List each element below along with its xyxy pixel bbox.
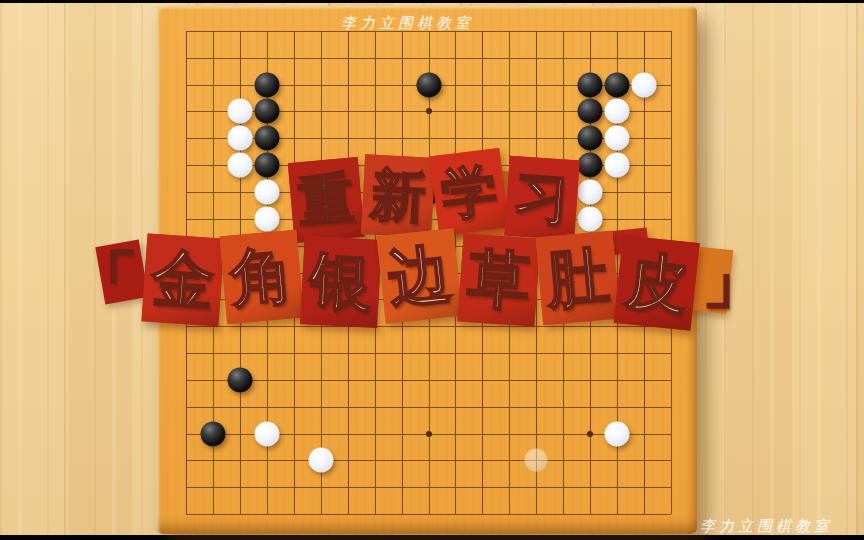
banner-close-bracket: 」 [697,249,771,311]
star-point [426,108,432,114]
banner-open-bracket: 「 [70,249,144,311]
grid-line [186,514,671,515]
black-stone [416,72,441,97]
black-stone [254,126,279,151]
star-point [264,270,270,276]
watermark-top: 李力立围棋教室 [341,14,474,33]
grid-line [186,460,671,461]
grid-line [186,487,671,488]
grid-line [186,353,671,354]
black-stone [605,72,630,97]
white-stone [254,179,279,204]
black-stone [200,421,225,446]
grid-line [482,31,483,514]
grid-line [509,31,510,514]
grid-line [186,299,671,300]
star-point [426,270,432,276]
grid-line [536,31,537,514]
white-stone [605,421,630,446]
go-board[interactable]: 李力立围棋教室 李力立围棋教室 [157,6,697,534]
white-stone [605,126,630,151]
black-stone [416,179,441,204]
black-stone [578,72,603,97]
star-point [587,431,593,437]
grid-line [563,31,564,514]
black-stone [578,153,603,178]
white-stone [605,99,630,124]
white-stone [227,153,252,178]
ghost-stone-indicator [525,449,548,472]
white-stone [578,179,603,204]
white-stone [227,99,252,124]
grid-line [186,407,671,408]
white-stone [308,448,333,473]
grid-line [671,31,672,514]
star-point [426,431,432,437]
grid-line [644,31,645,514]
grid-line [186,380,671,381]
watermark-bottom: 李力立围棋教室 [700,517,833,536]
white-stone [605,153,630,178]
white-stone [254,206,279,231]
board-grid[interactable] [186,31,671,514]
white-stone [578,206,603,231]
tile-fragment [95,240,148,305]
white-stone [632,72,657,97]
white-stone [227,126,252,151]
black-stone [578,126,603,151]
grid-line [186,326,671,327]
black-stone [254,72,279,97]
white-stone [254,421,279,446]
black-stone [578,99,603,124]
star-point [587,270,593,276]
black-stone [254,153,279,178]
black-stone [254,99,279,124]
top-letterbox-bar [0,0,864,3]
black-stone [227,367,252,392]
grid-line [455,31,456,514]
